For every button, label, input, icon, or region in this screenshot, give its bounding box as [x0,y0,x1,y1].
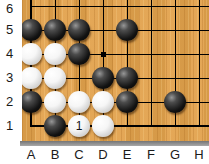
stone-black-D3[interactable] [92,67,114,89]
go-diagram: 1 6 5 4 3 2 1 A B C D E F G H [0,0,209,164]
stone-white-A4[interactable] [22,43,42,65]
stone-black-A5[interactable] [22,19,42,41]
col-label-D: D [91,147,115,163]
stone-white-C2[interactable] [68,91,90,113]
stone-white-B3[interactable] [44,67,66,89]
col-label-F: F [139,147,163,163]
stone-black-B1[interactable] [44,115,66,137]
grid-line-v-H [199,0,200,127]
row-label-1: 1 [0,118,19,134]
stone-black-G2[interactable] [164,91,186,113]
stone-black-C5[interactable] [68,19,90,41]
stone-white-B2[interactable] [44,91,66,113]
grid-line-v-F [151,0,152,127]
row-label-6: 6 [0,1,19,17]
stone-white-B4[interactable] [44,43,66,65]
go-board[interactable]: 1 [22,0,209,141]
row-label-4: 4 [0,46,19,62]
stone-white-D2[interactable] [92,91,114,113]
col-label-E: E [115,147,139,163]
stone-black-E2[interactable] [116,91,138,113]
stone-black-C4[interactable] [68,43,90,65]
row-label-2: 2 [0,94,19,110]
board-shadow [20,141,209,146]
stone-white-A3[interactable] [22,67,42,89]
stone-black-B5[interactable] [44,19,66,41]
stone-black-E5[interactable] [116,19,138,41]
col-label-G: G [163,147,187,163]
stone-white-C1[interactable]: 1 [68,115,90,137]
stone-white-D1[interactable] [92,115,114,137]
grid-line-h-6 [31,6,209,7]
star-point [101,52,106,57]
col-label-A: A [19,147,43,163]
stone-black-E3[interactable] [116,67,138,89]
move-number-label: 1 [76,120,83,132]
col-label-H: H [187,147,209,163]
stone-black-A2[interactable] [22,91,42,113]
col-label-C: C [67,147,91,163]
row-label-3: 3 [0,70,19,86]
row-label-5: 5 [0,22,19,38]
col-label-B: B [43,147,67,163]
